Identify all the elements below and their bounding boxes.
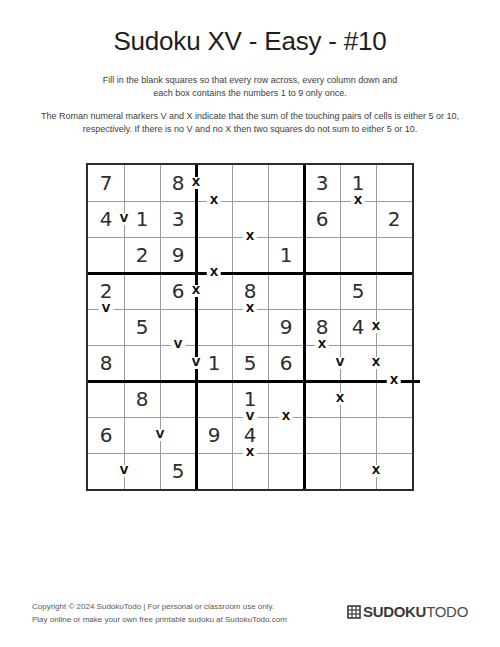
cell-r7c5: 1 [232, 381, 268, 417]
cell-r9c9[interactable] [376, 453, 412, 489]
cell-r8c9[interactable] [376, 417, 412, 453]
cell-r4c5: 8 [232, 273, 268, 309]
cell-r3c5[interactable] [232, 237, 268, 273]
cell-r1c5[interactable] [232, 165, 268, 201]
board-cells: 783141362291268559848156816945 [88, 165, 412, 489]
cell-r5c3[interactable] [160, 309, 196, 345]
logo-text-light: TODO [426, 603, 468, 620]
cell-r5c9[interactable] [376, 309, 412, 345]
cell-r8c4: 9 [196, 417, 232, 453]
cell-r7c8[interactable] [340, 381, 376, 417]
cell-r8c8[interactable] [340, 417, 376, 453]
cell-r5c5[interactable] [232, 309, 268, 345]
cell-r1c4[interactable] [196, 165, 232, 201]
page-title: Sudoku XV - Easy - #10 [0, 26, 500, 56]
cell-r4c1: 2 [88, 273, 124, 309]
cell-r8c5: 4 [232, 417, 268, 453]
cell-r2c9: 2 [376, 201, 412, 237]
cell-r6c2[interactable] [124, 345, 160, 381]
cell-r8c2[interactable] [124, 417, 160, 453]
cell-r6c6: 6 [268, 345, 304, 381]
cell-r4c9[interactable] [376, 273, 412, 309]
cell-r2c6[interactable] [268, 201, 304, 237]
cell-r9c1[interactable] [88, 453, 124, 489]
logo-text-bold: SUDOKU [363, 603, 426, 620]
footer-copyright: Copyright © 2024 SudokuTodo | For person… [32, 600, 287, 626]
cell-r2c1: 4 [88, 201, 124, 237]
cell-r4c7[interactable] [304, 273, 340, 309]
cell-r4c2[interactable] [124, 273, 160, 309]
cell-r7c9[interactable] [376, 381, 412, 417]
cell-r3c2: 2 [124, 237, 160, 273]
cell-r6c9[interactable] [376, 345, 412, 381]
cell-r6c1: 8 [88, 345, 124, 381]
cell-r2c7: 6 [304, 201, 340, 237]
cell-r9c2[interactable] [124, 453, 160, 489]
copyright-line-2: Play online or make your own free printa… [32, 613, 287, 626]
cell-r6c3[interactable] [160, 345, 196, 381]
cell-r7c1[interactable] [88, 381, 124, 417]
cell-r9c6[interactable] [268, 453, 304, 489]
cell-r1c8: 1 [340, 165, 376, 201]
cell-r3c8[interactable] [340, 237, 376, 273]
cell-r6c7[interactable] [304, 345, 340, 381]
cell-r9c3: 5 [160, 453, 196, 489]
instructions-xv-markers: The Roman numeral markers V and X indica… [38, 110, 462, 136]
box-line-h6-overhang [412, 380, 420, 383]
grid-logo-icon [347, 605, 361, 619]
cell-r7c6[interactable] [268, 381, 304, 417]
cell-r1c1: 7 [88, 165, 124, 201]
instructions-rules: Fill in the blank squares so that every … [95, 74, 405, 100]
cell-r2c3: 3 [160, 201, 196, 237]
cell-r3c4[interactable] [196, 237, 232, 273]
cell-r4c8: 5 [340, 273, 376, 309]
cell-r8c6[interactable] [268, 417, 304, 453]
cell-r5c7: 8 [304, 309, 340, 345]
cell-r3c9[interactable] [376, 237, 412, 273]
cell-r9c5[interactable] [232, 453, 268, 489]
cell-r8c7[interactable] [304, 417, 340, 453]
cell-r2c4[interactable] [196, 201, 232, 237]
cell-r6c8[interactable] [340, 345, 376, 381]
cell-r9c8[interactable] [340, 453, 376, 489]
cell-r7c3[interactable] [160, 381, 196, 417]
sudoku-board: 783141362291268559848156816945 XVXXVVXXV… [86, 163, 414, 491]
sudokutodo-logo: SUDOKUTODO [347, 603, 468, 620]
cell-r1c9[interactable] [376, 165, 412, 201]
cell-r2c5[interactable] [232, 201, 268, 237]
cell-r4c4[interactable] [196, 273, 232, 309]
cell-r9c4[interactable] [196, 453, 232, 489]
cell-r5c2: 5 [124, 309, 160, 345]
cell-r5c8: 4 [340, 309, 376, 345]
cell-r7c7[interactable] [304, 381, 340, 417]
cell-r8c3[interactable] [160, 417, 196, 453]
cell-r9c7[interactable] [304, 453, 340, 489]
cell-r6c5: 5 [232, 345, 268, 381]
cell-r5c4[interactable] [196, 309, 232, 345]
cell-r3c7[interactable] [304, 237, 340, 273]
cell-r1c3: 8 [160, 165, 196, 201]
cell-r8c1: 6 [88, 417, 124, 453]
cell-r4c6[interactable] [268, 273, 304, 309]
cell-r1c6[interactable] [268, 165, 304, 201]
cell-r3c3: 9 [160, 237, 196, 273]
cell-r4c3: 6 [160, 273, 196, 309]
cell-r5c6: 9 [268, 309, 304, 345]
cell-r2c2: 1 [124, 201, 160, 237]
cell-r1c7: 3 [304, 165, 340, 201]
cell-r6c4: 1 [196, 345, 232, 381]
cell-r7c4[interactable] [196, 381, 232, 417]
page: Sudoku XV - Easy - #10 Fill in the blank… [0, 0, 500, 647]
cell-r1c2[interactable] [124, 165, 160, 201]
cell-r3c1[interactable] [88, 237, 124, 273]
cell-r3c6: 1 [268, 237, 304, 273]
copyright-line-1: Copyright © 2024 SudokuTodo | For person… [32, 600, 287, 613]
cell-r2c8[interactable] [340, 201, 376, 237]
cell-r7c2: 8 [124, 381, 160, 417]
cell-r5c1[interactable] [88, 309, 124, 345]
